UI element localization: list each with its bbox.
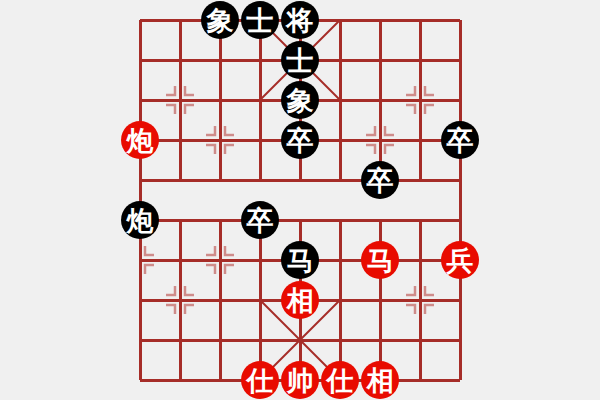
piece-red-cannon[interactable]: 炮 (121, 121, 159, 159)
piece-black-soldier[interactable]: 卒 (361, 161, 399, 199)
piece-black-cannon[interactable]: 炮 (121, 201, 159, 239)
piece-black-general[interactable]: 将 (281, 1, 319, 39)
piece-black-soldier[interactable]: 卒 (441, 121, 479, 159)
piece-black-advisor[interactable]: 士 (281, 41, 319, 79)
piece-black-advisor[interactable]: 士 (241, 1, 279, 39)
piece-black-elephant[interactable]: 象 (281, 81, 319, 119)
pieces-layer[interactable]: 象士将士象炮卒卒卒炮卒马马兵相仕帅仕相 (120, 0, 480, 400)
piece-red-advisor[interactable]: 仕 (241, 361, 279, 399)
piece-black-soldier[interactable]: 卒 (241, 201, 279, 239)
piece-red-horse[interactable]: 马 (361, 241, 399, 279)
xiangqi-app: 象士将士象炮卒卒卒炮卒马马兵相仕帅仕相 (0, 0, 600, 400)
piece-black-soldier[interactable]: 卒 (281, 121, 319, 159)
piece-red-elephant[interactable]: 相 (281, 281, 319, 319)
piece-red-elephant[interactable]: 相 (361, 361, 399, 399)
piece-black-elephant[interactable]: 象 (201, 1, 239, 39)
piece-black-horse[interactable]: 马 (281, 241, 319, 279)
piece-red-advisor[interactable]: 仕 (321, 361, 359, 399)
piece-red-general[interactable]: 帅 (281, 361, 319, 399)
piece-red-soldier[interactable]: 兵 (441, 241, 479, 279)
